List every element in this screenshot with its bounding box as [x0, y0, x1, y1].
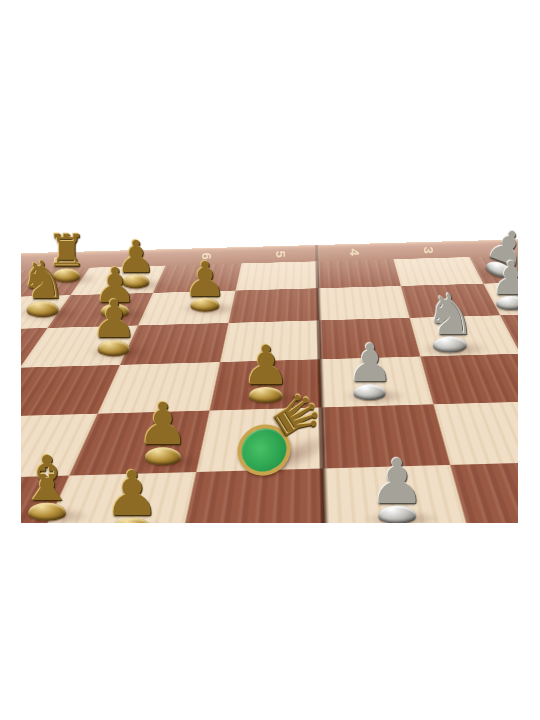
- piece-base: [433, 336, 468, 353]
- piece-glyph: ♞: [425, 289, 475, 341]
- piece-gold-bishop-b7[interactable]: ♝: [21, 450, 75, 521]
- piece-gold-pawn-g6[interactable]: ♟: [183, 257, 226, 312]
- piece-silver-pawn-e4[interactable]: ♟: [347, 340, 394, 400]
- piece-glyph: ♟: [347, 340, 394, 388]
- piece-gold-pawn-b6[interactable]: ♟: [104, 465, 160, 523]
- piece-glyph: ♞: [21, 257, 66, 305]
- square-g4[interactable]: [318, 286, 409, 320]
- square-c5[interactable]: [179, 468, 326, 523]
- piece-glyph: ♟: [104, 465, 160, 522]
- piece-silver-knight-e3[interactable]: ♞: [425, 289, 475, 353]
- piece-base: [28, 502, 66, 521]
- rank-label-3: 3: [421, 246, 436, 253]
- piece-glyph: ♟: [242, 341, 290, 391]
- square-h4[interactable]: [317, 259, 400, 288]
- piece-glyph: ♟: [137, 398, 189, 451]
- piece-glyph: ♟: [183, 257, 226, 301]
- rank-label-4: 4: [347, 248, 362, 255]
- piece-gold-pawn-f7[interactable]: ♟: [91, 296, 138, 356]
- chessboard-photo: 8765432 ♜♟♞♟♟♟♟♟♛♝♟♟♟♞♟♟: [21, 168, 518, 523]
- piece-base: [378, 505, 416, 523]
- square-h5[interactable]: [236, 261, 319, 290]
- piece-glyph: ♟: [490, 257, 518, 299]
- piece-silver-pawn-g2[interactable]: ♟: [490, 257, 518, 310]
- piece-base: [27, 301, 59, 317]
- piece-base: [98, 340, 130, 356]
- piece-silver-pawn-c3[interactable]: ♟: [369, 453, 425, 523]
- piece-base: [190, 298, 220, 312]
- rank-label-5: 5: [273, 250, 288, 257]
- piece-base: [497, 296, 518, 310]
- piece-glyph: ♟: [91, 296, 138, 344]
- piece-gold-pawn-d6[interactable]: ♟: [137, 398, 189, 465]
- piece-base: [354, 384, 386, 400]
- piece-glyph: ♝: [21, 450, 75, 507]
- piece-glyph: ♟: [369, 453, 425, 510]
- product-photo-page: 8765432 ♜♟♞♟♟♟♟♟♛♝♟♟♟♞♟♟: [0, 0, 540, 720]
- square-e3[interactable]: [420, 354, 518, 405]
- piece-gold-knight-g8[interactable]: ♞: [21, 257, 66, 317]
